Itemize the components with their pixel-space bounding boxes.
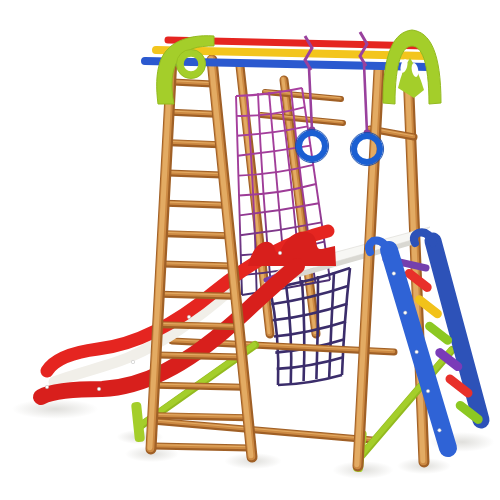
product-photo (0, 0, 500, 500)
climbing-frame-illustration (0, 0, 500, 500)
